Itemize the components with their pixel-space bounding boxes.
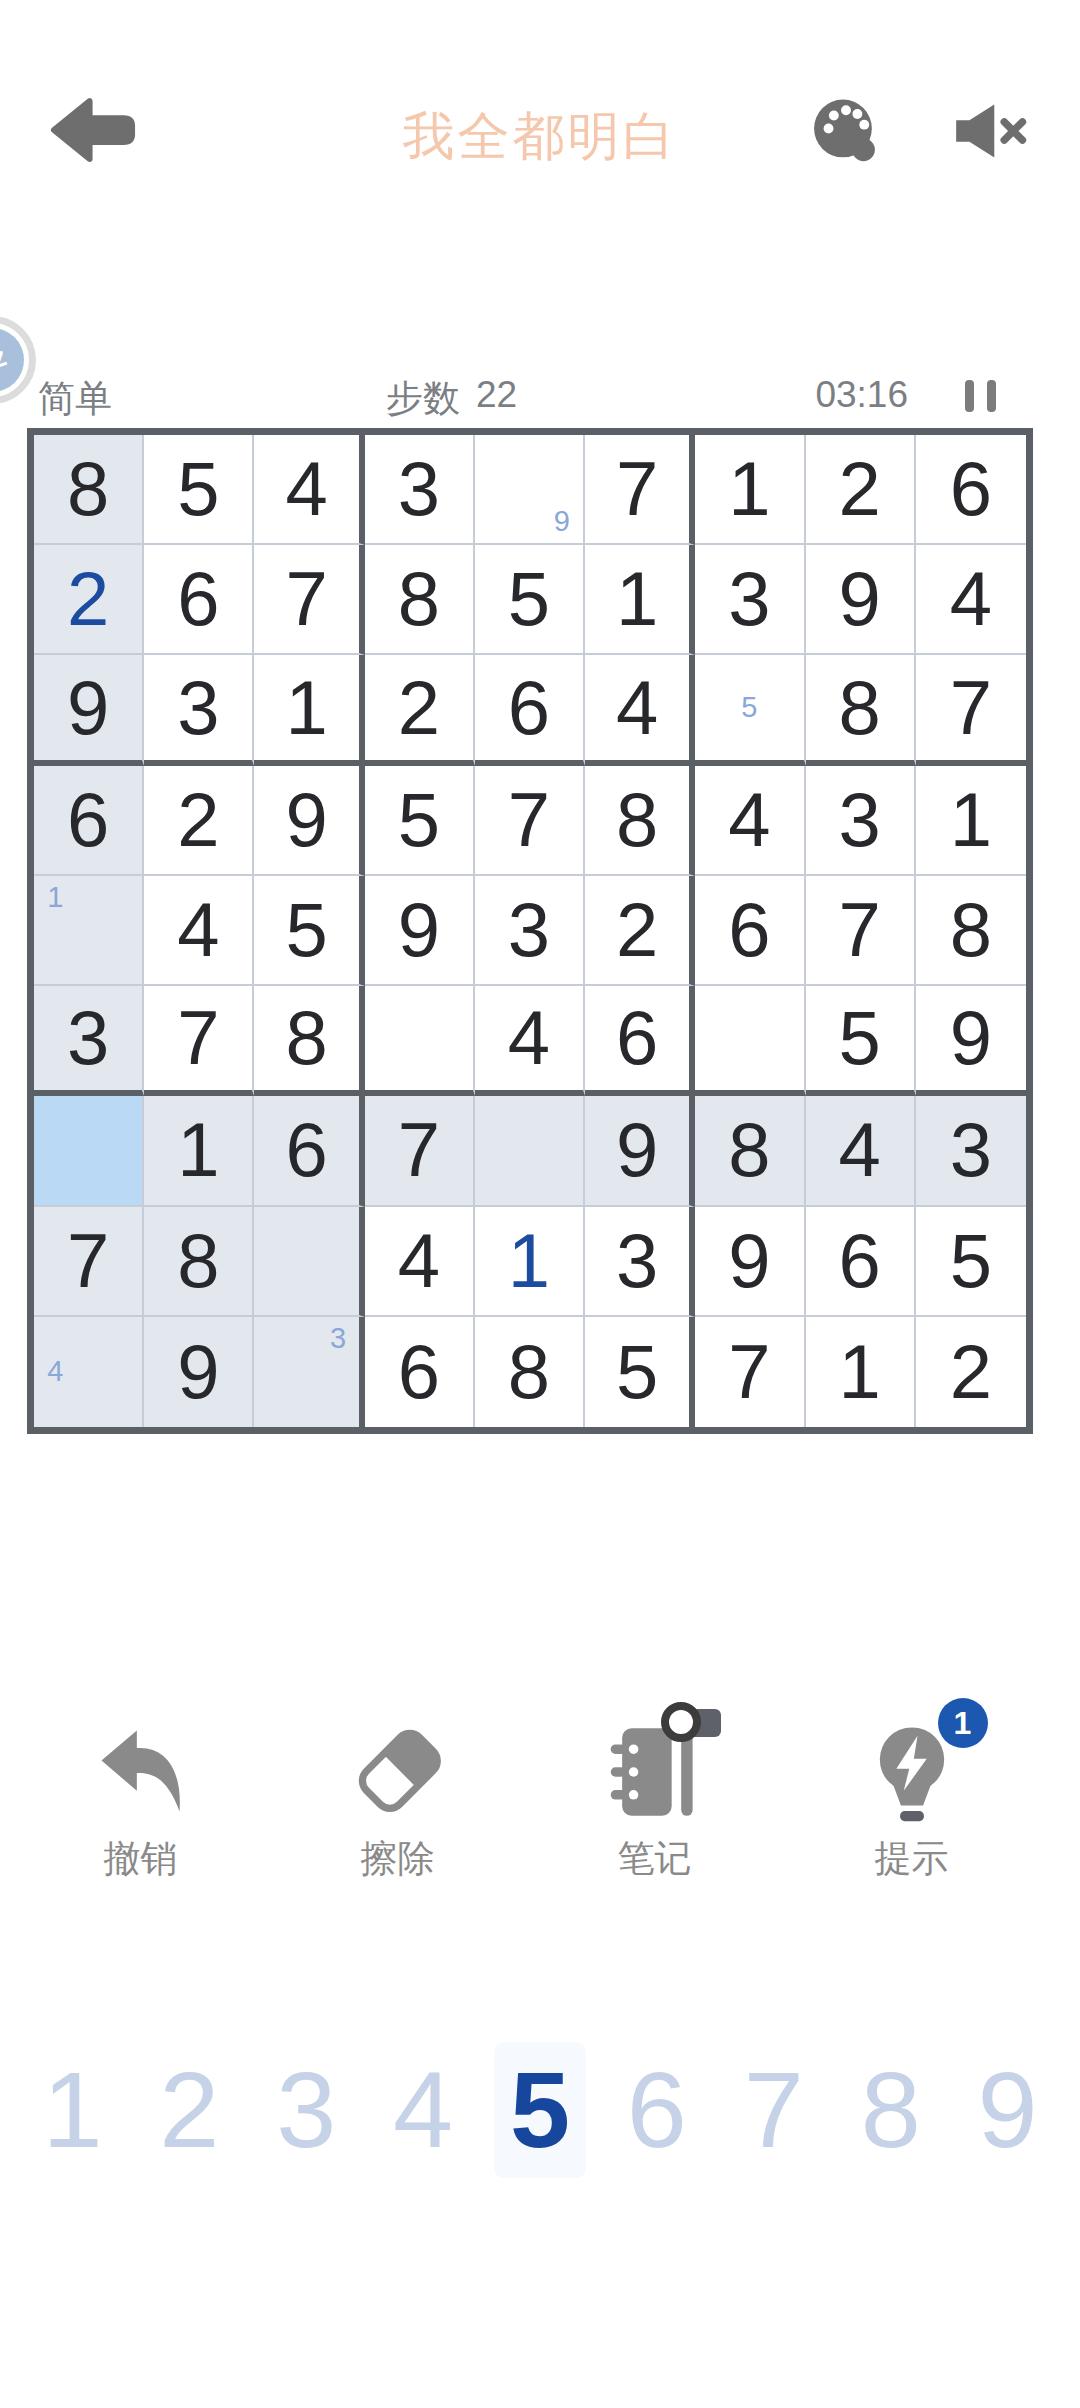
cell-r4c8[interactable]: 3 [806,766,916,876]
given-digit: 8 [398,561,440,637]
undo-icon [81,1714,201,1830]
sound-button[interactable] [944,102,1028,160]
given-digit: 5 [839,1000,881,1076]
given-digit: 4 [728,782,770,858]
cell-notes: 3 [259,1322,353,1422]
cell-r5c1[interactable]: 1 [34,876,144,986]
steps-value: 22 [476,374,517,424]
given-digit: 9 [398,892,440,968]
cell-r1c9[interactable]: 6 [916,435,1026,545]
given-digit: 8 [67,451,109,527]
cell-r2c2[interactable]: 6 [144,545,254,655]
cell-r7c6[interactable]: 9 [585,1096,695,1206]
given-digit: 5 [616,1334,658,1410]
cell-notes: 4 [39,1322,137,1422]
given-digit: 8 [508,1334,550,1410]
cell-r7c3[interactable]: 6 [254,1096,364,1206]
numpad-5[interactable]: 5 [482,2030,599,2190]
given-digit: 4 [398,1223,440,1299]
cell-r1c7[interactable]: 1 [695,435,805,545]
cell-r5c4[interactable]: 9 [365,876,475,986]
cell-r7c7[interactable]: 8 [695,1096,805,1206]
toolbar: 撤销 擦除 [12,1714,1040,1884]
cell-r1c3[interactable]: 4 [254,435,364,545]
cell-r6c1[interactable]: 3 [34,986,144,1096]
cell-r3c4[interactable]: 2 [365,655,475,765]
erase-button[interactable]: 擦除 [269,1714,526,1884]
numpad-digit: 6 [611,2042,703,2178]
cell-r7c8[interactable]: 4 [806,1096,916,1206]
given-digit: 6 [67,782,109,858]
cell-r2c4[interactable]: 8 [365,545,475,655]
cell-r4c1[interactable]: 6 [34,766,144,876]
given-digit: 5 [177,451,219,527]
cell-r7c1[interactable] [34,1096,144,1206]
status-row: 简单 步数 22 03:16 [0,370,1080,422]
numpad-4[interactable]: 4 [365,2030,482,2190]
given-digit: 7 [67,1223,109,1299]
notes-toggle-knob [661,1702,701,1742]
given-digit: 4 [839,1112,881,1188]
given-digit: 1 [285,670,327,746]
cell-r8c5[interactable]: 1 [475,1207,585,1317]
given-digit: 4 [508,1000,550,1076]
cell-r2c6[interactable]: 1 [585,545,695,655]
numpad-digit: 2 [143,2042,235,2178]
cell-r9c5[interactable]: 8 [475,1317,585,1427]
numpad-digit: 5 [494,2042,586,2178]
given-digit: 1 [177,1112,219,1188]
notebook-icon [595,1714,715,1830]
notes-toggle-off [661,1702,727,1742]
cell-r3c6[interactable]: 4 [585,655,695,765]
numpad-8[interactable]: 8 [832,2030,949,2190]
timer: 03:16 [815,374,908,416]
given-digit: 3 [67,1000,109,1076]
given-digit: 6 [177,561,219,637]
cell-r5c8[interactable]: 7 [806,876,916,986]
note-digit: 5 [733,691,766,724]
given-digit: 3 [950,1112,992,1188]
cell-r9c3[interactable]: 3 [254,1317,364,1427]
cell-r9c4[interactable]: 6 [365,1317,475,1427]
given-digit: 4 [285,451,327,527]
given-digit: 6 [285,1112,327,1188]
given-digit: 5 [398,782,440,858]
cell-r8c4[interactable]: 4 [365,1207,475,1317]
cell-r3c3[interactable]: 1 [254,655,364,765]
cell-r8c6[interactable]: 3 [585,1207,695,1317]
cell-r1c6[interactable]: 7 [585,435,695,545]
given-digit: 5 [508,561,550,637]
erase-label: 擦除 [361,1834,435,1884]
given-digit: 7 [177,1000,219,1076]
cell-r7c5[interactable] [475,1096,585,1206]
cell-r3c2[interactable]: 3 [144,655,254,765]
pause-button[interactable] [958,380,1002,414]
hint-badge: 1 [938,1698,988,1748]
cell-r5c7[interactable]: 6 [695,876,805,986]
cell-r1c4[interactable]: 3 [365,435,475,545]
cell-notes: 1 [39,881,137,979]
cell-r4c9[interactable]: 1 [916,766,1026,876]
cell-r6c8[interactable]: 5 [806,986,916,1096]
given-digit: 5 [950,1223,992,1299]
cell-r8c9[interactable]: 5 [916,1207,1026,1317]
cell-r5c6[interactable]: 2 [585,876,695,986]
given-digit: 9 [285,782,327,858]
cell-r8c1[interactable]: 7 [34,1207,144,1317]
given-digit: 1 [616,561,658,637]
user-digit: 2 [67,561,109,637]
given-digit: 9 [616,1112,658,1188]
given-digit: 1 [728,451,770,527]
given-digit: 9 [950,1000,992,1076]
given-digit: 9 [177,1334,219,1410]
numpad: 123456789 [14,2030,1066,2190]
given-digit: 8 [728,1112,770,1188]
cell-r4c6[interactable]: 8 [585,766,695,876]
given-digit: 8 [950,892,992,968]
cell-r8c2[interactable]: 8 [144,1207,254,1317]
cell-notes: 5 [700,660,798,754]
given-digit: 4 [177,892,219,968]
given-digit: 3 [177,670,219,746]
cell-r2c7[interactable]: 3 [695,545,805,655]
cell-r2c3[interactable]: 7 [254,545,364,655]
given-digit: 7 [950,670,992,746]
hint-bulb-icon: 1 [852,1714,972,1830]
hint-label: 提示 [875,1834,949,1884]
numpad-digit: 9 [962,2042,1054,2178]
numpad-9[interactable]: 9 [949,2030,1066,2190]
given-digit: 4 [950,561,992,637]
cell-r7c9[interactable]: 3 [916,1096,1026,1206]
cell-r1c8[interactable]: 2 [806,435,916,545]
steps-label: 步数 [386,374,460,424]
cell-r3c7[interactable]: 5 [695,655,805,765]
cell-notes: 9 [480,440,578,538]
given-digit: 5 [285,892,327,968]
given-digit: 6 [616,1000,658,1076]
numpad-digit: 8 [845,2042,937,2178]
cell-r9c1[interactable]: 4 [34,1317,144,1427]
sudoku-board: 8543971262678513949312645876295784311459… [27,428,1033,1434]
pause-icon [987,380,996,412]
cell-r2c9[interactable]: 4 [916,545,1026,655]
steps-counter: 步数 22 [386,374,517,424]
cell-r4c5[interactable]: 7 [475,766,585,876]
cell-r6c6[interactable]: 6 [585,986,695,1096]
top-bar: 我全都明白 [0,0,1080,200]
cell-r5c5[interactable]: 3 [475,876,585,986]
cell-r6c4[interactable] [365,986,475,1096]
cell-r7c4[interactable]: 7 [365,1096,475,1206]
given-digit: 2 [839,451,881,527]
cell-r3c1[interactable]: 9 [34,655,144,765]
user-digit: 1 [508,1223,550,1299]
hint-button[interactable]: 1 提示 [783,1714,1040,1884]
notes-button[interactable]: 笔记 [526,1714,783,1884]
cell-r3c8[interactable]: 8 [806,655,916,765]
given-digit: 1 [839,1334,881,1410]
numpad-1[interactable]: 1 [14,2030,131,2190]
undo-label: 撤销 [104,1834,178,1884]
given-digit: 7 [508,782,550,858]
cell-r6c5[interactable]: 4 [475,986,585,1096]
cell-r4c7[interactable]: 4 [695,766,805,876]
cell-r5c3[interactable]: 5 [254,876,364,986]
note-digit: 4 [39,1355,72,1388]
page-title: 我全都明白 [0,102,1080,172]
theme-button[interactable] [808,92,884,168]
numpad-7[interactable]: 7 [715,2030,832,2190]
cell-r1c2[interactable]: 5 [144,435,254,545]
cell-r6c2[interactable]: 7 [144,986,254,1096]
numpad-2[interactable]: 2 [131,2030,248,2190]
note-digit: 9 [545,505,578,538]
speaker-muted-icon [944,146,1028,163]
cell-r4c4[interactable]: 5 [365,766,475,876]
numpad-digit: 1 [26,2042,118,2178]
given-digit: 8 [285,1000,327,1076]
notes-label: 笔记 [618,1834,692,1884]
numpad-3[interactable]: 3 [248,2030,365,2190]
given-digit: 6 [839,1223,881,1299]
given-digit: 9 [839,561,881,637]
numpad-digit: 7 [728,2042,820,2178]
given-digit: 6 [950,451,992,527]
given-digit: 8 [839,670,881,746]
pause-icon [965,380,974,412]
cell-r9c8[interactable]: 1 [806,1317,916,1427]
given-digit: 2 [177,782,219,858]
given-digit: 4 [616,670,658,746]
cell-r8c7[interactable]: 9 [695,1207,805,1317]
cell-r6c3[interactable]: 8 [254,986,364,1096]
cell-r2c5[interactable]: 5 [475,545,585,655]
given-digit: 6 [398,1334,440,1410]
given-digit: 8 [177,1223,219,1299]
cell-r3c9[interactable]: 7 [916,655,1026,765]
given-digit: 3 [839,782,881,858]
numpad-digit: 3 [260,2042,352,2178]
numpad-digit: 4 [377,2042,469,2178]
cell-r5c2[interactable]: 4 [144,876,254,986]
difficulty-label: 简单 [38,374,112,424]
cell-r8c3[interactable] [254,1207,364,1317]
given-digit: 3 [616,1223,658,1299]
given-digit: 6 [508,670,550,746]
cell-r2c8[interactable]: 9 [806,545,916,655]
given-digit: 7 [839,892,881,968]
given-digit: 3 [728,561,770,637]
given-digit: 6 [728,892,770,968]
given-digit: 7 [285,561,327,637]
given-digit: 3 [398,451,440,527]
cell-r9c9[interactable]: 2 [916,1317,1026,1427]
cell-r7c2[interactable]: 1 [144,1096,254,1206]
given-digit: 1 [950,782,992,858]
numpad-6[interactable]: 6 [598,2030,715,2190]
cell-r9c2[interactable]: 9 [144,1317,254,1427]
given-digit: 2 [616,892,658,968]
cell-r5c9[interactable]: 8 [916,876,1026,986]
given-digit: 3 [508,892,550,968]
cell-r1c5[interactable]: 9 [475,435,585,545]
given-digit: 7 [616,451,658,527]
cell-r4c2[interactable]: 2 [144,766,254,876]
cell-r1c1[interactable]: 8 [34,435,144,545]
given-digit: 2 [398,670,440,746]
undo-button[interactable]: 撤销 [12,1714,269,1884]
cell-r3c5[interactable]: 6 [475,655,585,765]
palette-icon [808,154,884,171]
given-digit: 8 [616,782,658,858]
cell-r6c7[interactable] [695,986,805,1096]
cell-r8c8[interactable]: 6 [806,1207,916,1317]
note-digit: 1 [39,881,72,914]
given-digit: 9 [728,1223,770,1299]
note-digit: 3 [322,1322,353,1355]
cell-r6c9[interactable]: 9 [916,986,1026,1096]
cell-r9c6[interactable]: 5 [585,1317,695,1427]
eraser-icon [338,1714,458,1830]
given-digit: 7 [728,1334,770,1410]
cell-r2c1[interactable]: 2 [34,545,144,655]
given-digit: 2 [950,1334,992,1410]
given-digit: 7 [398,1112,440,1188]
given-digit: 9 [67,670,109,746]
cell-r9c7[interactable]: 7 [695,1317,805,1427]
cell-r4c3[interactable]: 9 [254,766,364,876]
